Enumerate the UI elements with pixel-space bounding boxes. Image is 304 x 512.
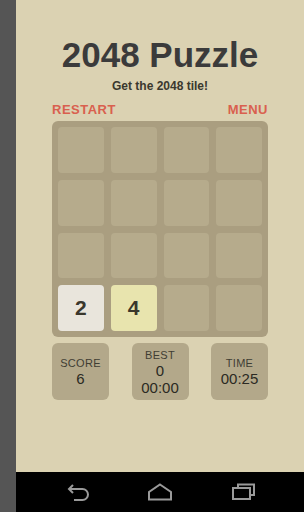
board-cell [58,127,104,173]
best-value: 0 [156,362,164,379]
android-nav-bar [16,472,304,512]
recents-icon [229,482,257,502]
board-cell [58,233,104,279]
score-label: SCORE [60,356,101,370]
page-subtitle: Get the 2048 tile! [16,79,304,93]
home-icon [146,482,174,502]
score-value: 6 [76,370,84,387]
game-board[interactable]: 2 4 [52,121,268,337]
scoreboard: SCORE 6 BEST 0 00:00 TIME 00:25 [52,343,268,400]
home-button[interactable] [145,481,175,503]
board-cell [111,127,157,173]
board-cell [164,233,210,279]
board-cell [164,127,210,173]
board-cell [216,285,262,331]
board-cell [111,180,157,226]
menu-button[interactable]: MENU [228,102,268,117]
toolbar: RESTART MENU [52,102,268,117]
board-cell [216,180,262,226]
best-time: 00:00 [141,379,179,396]
time-label: TIME [226,356,253,370]
board-cell [58,180,104,226]
best-label: BEST [145,348,175,362]
board-cell-tile-2: 2 [58,285,104,331]
board-cell [111,233,157,279]
time-panel: TIME 00:25 [211,343,268,400]
back-icon [63,482,91,502]
score-panel: SCORE 6 [52,343,109,400]
best-panel: BEST 0 00:00 [132,343,189,400]
back-button[interactable] [62,481,92,503]
board-cell-tile-4: 4 [111,285,157,331]
board-cell [216,127,262,173]
page-title: 2048 Puzzle [16,36,304,74]
board-cell [164,180,210,226]
recents-button[interactable] [228,481,258,503]
app-screen: 2048 Puzzle Get the 2048 tile! RESTART M… [16,0,304,512]
time-value: 00:25 [221,370,259,387]
board-cell [164,285,210,331]
restart-button[interactable]: RESTART [52,102,116,117]
board-cell [216,233,262,279]
